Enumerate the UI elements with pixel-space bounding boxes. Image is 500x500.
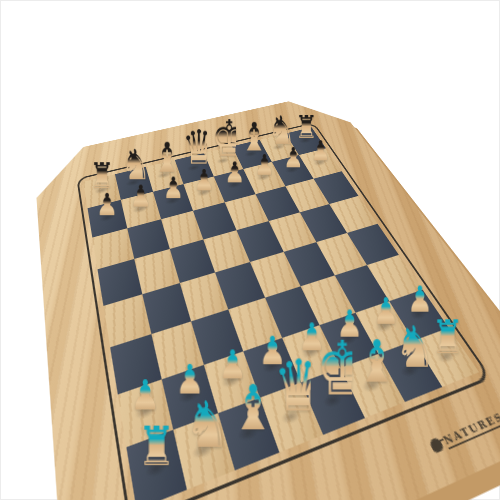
piece-teal-pawn-a2: ♟: [127, 376, 164, 414]
piece-teal-knight-b1: ♞: [184, 395, 223, 454]
kiwi-bird-logo-icon: [428, 437, 445, 454]
piece-black-pawn-f7: ♟: [252, 152, 277, 178]
scene: NATURES ♜♞♝♛♚♝♞♜♟♟♟♟♟♟♟♟♟♟♟♟♟♟♟♟♜♞♝♛♚♝♞♜: [0, 0, 500, 500]
piece-black-pawn-b7: ♟: [127, 183, 154, 211]
piece-teal-bishop-c1: ♝: [230, 378, 268, 435]
piece-teal-knight-g1: ♞: [394, 320, 429, 373]
product-image: NATURES ♜♞♝♛♚♝♞♜♟♟♟♟♟♟♟♟♟♟♟♟♟♟♟♟♜♞♝♛♚♝♞♜: [0, 0, 500, 500]
piece-black-pawn-h7: ♟: [309, 139, 334, 164]
piece-black-pawn-a7: ♟: [94, 191, 121, 219]
piece-black-pawn-d7: ♟: [191, 167, 217, 194]
piece-black-pawn-c7: ♟: [160, 175, 186, 202]
piece-teal-queen-d1: ♛: [274, 354, 311, 419]
brand-stamp: NATURES: [427, 409, 500, 455]
piece-black-pawn-g7: ♟: [281, 145, 306, 171]
piece-teal-rook-a1: ♜: [136, 422, 176, 472]
board-tilt-wrapper: NATURES ♜♞♝♛♚♝♞♜♟♟♟♟♟♟♟♟♟♟♟♟♟♟♟♟♜♞♝♛♚♝♞♜: [34, 93, 500, 500]
piece-teal-rook-h1: ♜: [431, 316, 465, 359]
piece-black-pawn-e7: ♟: [222, 160, 248, 186]
